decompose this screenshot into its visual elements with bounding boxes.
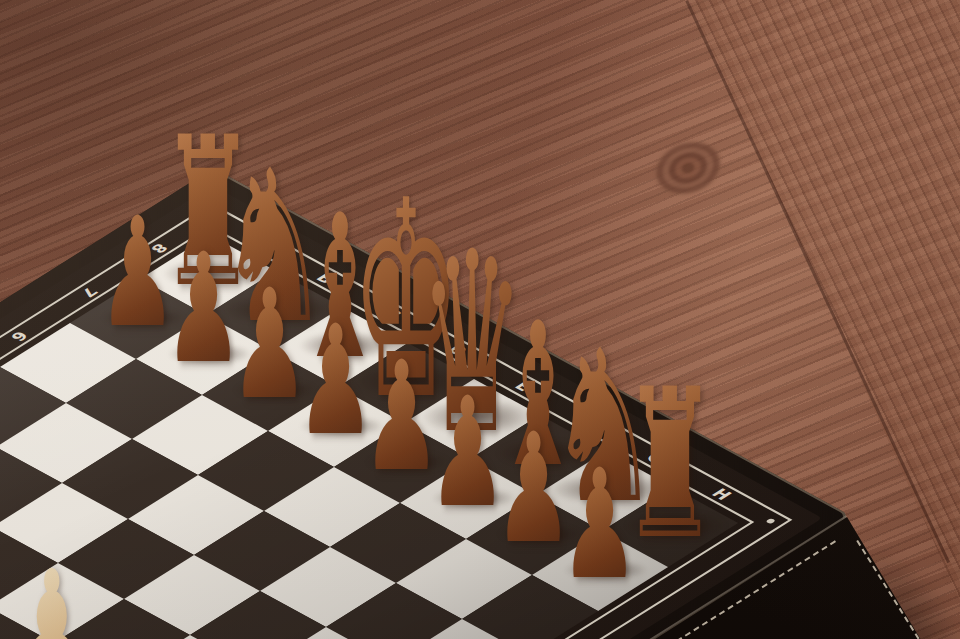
pieces-layer: ♜♞♝♚♛♝♞♜♟♟♟♟♟♟♟♟♟ [0, 0, 960, 639]
piece-light-pawn-e2[interactable]: ♟ [3, 549, 100, 639]
piece-dark-pawn-h7[interactable]: ♟ [556, 450, 644, 601]
